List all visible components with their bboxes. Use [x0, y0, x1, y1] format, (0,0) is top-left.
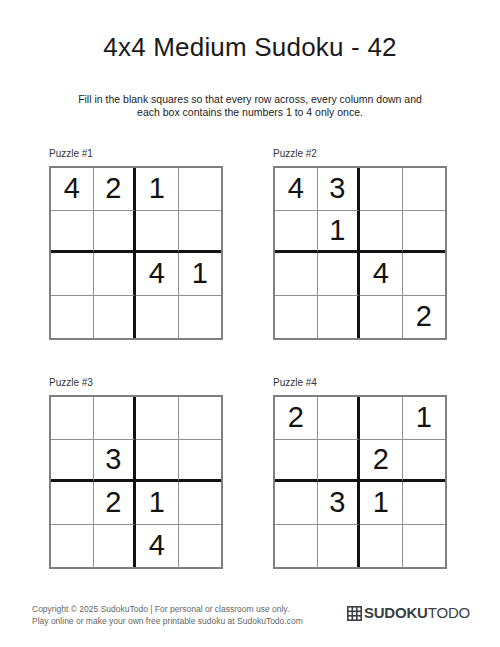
page-title: 4x4 Medium Sudoku - 42 [0, 33, 500, 63]
puzzle-2-cell-r1c3 [360, 168, 403, 211]
puzzle-1-cell-r3c1 [51, 253, 94, 296]
instructions-line-1: Fill in the blank squares so that every … [0, 93, 500, 106]
sudoku-grid-1: 42141 [49, 166, 223, 340]
puzzle-1-cell-r2c1 [51, 211, 94, 254]
puzzle-2-cell-r3c2 [318, 253, 361, 296]
puzzle-1-cell-r4c2 [94, 296, 137, 339]
puzzle-2-cell-r3c1 [275, 253, 318, 296]
puzzle-3-cell-r4c4 [179, 525, 222, 568]
puzzle-3-cell-r4c2 [94, 525, 137, 568]
puzzle-4-cell-r4c4 [403, 525, 446, 568]
puzzle-1-cell-r3c4: 1 [179, 253, 222, 296]
puzzle-4-cell-r4c3 [360, 525, 403, 568]
puzzle-4-cell-r3c2: 3 [318, 482, 361, 525]
puzzle-3-cell-r2c3 [136, 440, 179, 483]
puzzle-1-cell-r3c3: 4 [136, 253, 179, 296]
puzzle-4-cell-r2c3: 2 [360, 440, 403, 483]
sudokutodo-logo: SUDOKU TODO [347, 605, 470, 621]
puzzle-1-cell-r4c3 [136, 296, 179, 339]
puzzle-3-cell-r1c4 [179, 397, 222, 440]
puzzle-4-cell-r3c3: 1 [360, 482, 403, 525]
puzzle-2-label: Puzzle #2 [273, 148, 447, 160]
puzzle-3: Puzzle #3 3214 [49, 377, 223, 569]
puzzle-4-cell-r1c1: 2 [275, 397, 318, 440]
puzzle-2-cell-r4c1 [275, 296, 318, 339]
puzzle-4-cell-r4c1 [275, 525, 318, 568]
puzzle-1: Puzzle #1 42141 [49, 148, 223, 340]
page-root: 4x4 Medium Sudoku - 42 Fill in the blank… [0, 0, 500, 647]
puzzle-3-cell-r2c2: 3 [94, 440, 137, 483]
puzzle-1-label: Puzzle #1 [49, 148, 223, 160]
sudoku-grid-3: 3214 [49, 395, 223, 569]
puzzle-2-cell-r2c2: 1 [318, 211, 361, 254]
puzzle-4-cell-r1c3 [360, 397, 403, 440]
puzzle-2-cell-r2c4 [403, 211, 446, 254]
footer-copyright-line-1: Copyright © 2025 SudokuTodo | For person… [32, 603, 303, 615]
puzzle-1-cell-r1c3: 1 [136, 168, 179, 211]
puzzle-4-cell-r1c4: 1 [403, 397, 446, 440]
logo-text-secondary: TODO [428, 605, 470, 621]
puzzle-4-cell-r2c2 [318, 440, 361, 483]
puzzle-4-cell-r2c1 [275, 440, 318, 483]
puzzle-4: Puzzle #4 21231 [273, 377, 447, 569]
puzzle-3-cell-r4c1 [51, 525, 94, 568]
puzzle-2-cell-r4c4: 2 [403, 296, 446, 339]
footer-copyright: Copyright © 2025 SudokuTodo | For person… [32, 603, 303, 627]
puzzle-1-cell-r1c2: 2 [94, 168, 137, 211]
puzzle-2-cell-r1c2: 3 [318, 168, 361, 211]
puzzle-2-cell-r1c4 [403, 168, 446, 211]
sudoku-grid-icon [347, 606, 362, 621]
puzzle-3-cell-r1c2 [94, 397, 137, 440]
instructions: Fill in the blank squares so that every … [0, 93, 500, 119]
puzzle-4-cell-r3c1 [275, 482, 318, 525]
puzzle-2-cell-r4c2 [318, 296, 361, 339]
puzzle-3-cell-r3c2: 2 [94, 482, 137, 525]
puzzle-1-cell-r3c2 [94, 253, 137, 296]
puzzle-1-cell-r1c4 [179, 168, 222, 211]
puzzle-2-cell-r3c3: 4 [360, 253, 403, 296]
puzzle-3-cell-r2c1 [51, 440, 94, 483]
puzzle-2-cell-r3c4 [403, 253, 446, 296]
puzzle-1-cell-r1c1: 4 [51, 168, 94, 211]
puzzle-4-cell-r1c2 [318, 397, 361, 440]
puzzle-4-cell-r2c4 [403, 440, 446, 483]
puzzle-3-cell-r3c3: 1 [136, 482, 179, 525]
puzzle-3-cell-r1c3 [136, 397, 179, 440]
puzzle-3-cell-r4c3: 4 [136, 525, 179, 568]
puzzle-1-cell-r2c2 [94, 211, 137, 254]
puzzle-4-cell-r4c2 [318, 525, 361, 568]
puzzle-4-label: Puzzle #4 [273, 377, 447, 389]
puzzle-4-cell-r3c4 [403, 482, 446, 525]
footer-copyright-line-2: Play online or make your own free printa… [32, 615, 303, 627]
puzzle-3-cell-r1c1 [51, 397, 94, 440]
puzzle-2: Puzzle #2 43142 [273, 148, 447, 340]
puzzle-2-cell-r2c3 [360, 211, 403, 254]
puzzle-2-cell-r2c1 [275, 211, 318, 254]
puzzle-2-cell-r1c1: 4 [275, 168, 318, 211]
puzzle-3-cell-r3c4 [179, 482, 222, 525]
sudoku-grid-2: 43142 [273, 166, 447, 340]
puzzle-1-cell-r2c3 [136, 211, 179, 254]
puzzle-3-label: Puzzle #3 [49, 377, 223, 389]
logo-text-primary: SUDOKU [364, 605, 428, 621]
puzzle-2-cell-r4c3 [360, 296, 403, 339]
puzzle-1-cell-r2c4 [179, 211, 222, 254]
sudoku-grid-4: 21231 [273, 395, 447, 569]
puzzle-3-cell-r3c1 [51, 482, 94, 525]
puzzle-1-cell-r4c1 [51, 296, 94, 339]
instructions-line-2: each box contains the numbers 1 to 4 onl… [0, 106, 500, 119]
puzzle-3-cell-r2c4 [179, 440, 222, 483]
puzzle-1-cell-r4c4 [179, 296, 222, 339]
